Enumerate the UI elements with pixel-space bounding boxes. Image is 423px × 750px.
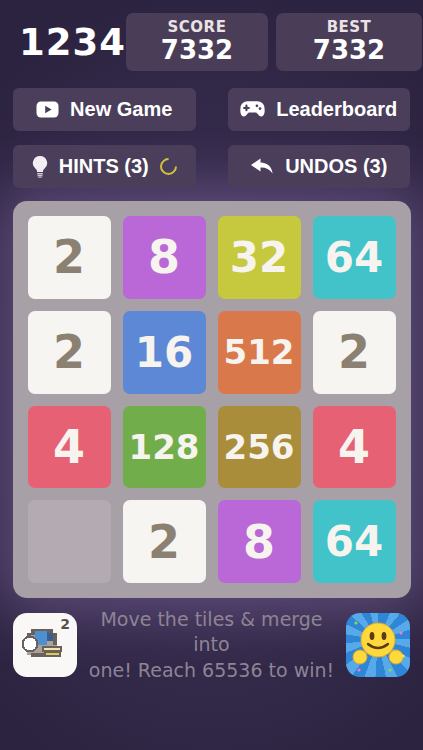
undos-button[interactable]: UNDOS (3) bbox=[228, 145, 411, 188]
undo-arrow-icon bbox=[250, 158, 274, 176]
hints-button[interactable]: HINTS (3) bbox=[13, 145, 196, 188]
tile-2: 2 bbox=[123, 500, 206, 583]
smiley-emoji-app-icon[interactable] bbox=[346, 613, 410, 677]
score-label: SCORE bbox=[168, 19, 227, 36]
tile-16: 16 bbox=[123, 311, 206, 394]
game-board-4x4[interactable]: 2832642165122412825642864 bbox=[13, 201, 411, 598]
button-grid: New Game Leaderboard bbox=[13, 88, 410, 188]
leaderboard-button[interactable]: Leaderboard bbox=[228, 88, 411, 131]
banner-text: Move the tiles & merge into one! Reach 6… bbox=[83, 607, 340, 684]
tile-2: 2 bbox=[28, 216, 111, 299]
tile-2: 2 bbox=[313, 311, 396, 394]
best-box: BEST 7332 bbox=[276, 13, 422, 71]
banner-text-line2: one! Reach 65536 to win! bbox=[83, 658, 340, 684]
flappy-bird-pixel-app-icon[interactable]: 2 bbox=[13, 613, 77, 677]
header: 1234 SCORE 7332 BEST 7332 bbox=[0, 0, 423, 71]
tile-32: 32 bbox=[218, 216, 301, 299]
app-logo: 1234 bbox=[13, 21, 126, 64]
app-screen: 1234 SCORE 7332 BEST 7332 New Game bbox=[0, 0, 423, 750]
exponent-2-badge: 2 bbox=[60, 616, 70, 632]
leaderboard-label: Leaderboard bbox=[276, 98, 397, 121]
new-game-button[interactable]: New Game bbox=[13, 88, 196, 131]
score-value: 7332 bbox=[161, 36, 233, 65]
lightbulb-icon bbox=[32, 156, 48, 178]
new-game-label: New Game bbox=[70, 98, 172, 121]
tile-128: 128 bbox=[123, 406, 206, 489]
hints-label: HINTS (3) bbox=[59, 155, 149, 178]
banner-text-line1: Move the tiles & merge into bbox=[83, 607, 340, 658]
tile-8: 8 bbox=[123, 216, 206, 299]
play-icon bbox=[36, 101, 59, 118]
tile-256: 256 bbox=[218, 406, 301, 489]
tile-64: 64 bbox=[313, 500, 396, 583]
yellow-ring-icon bbox=[156, 154, 180, 178]
tile-4: 4 bbox=[313, 406, 396, 489]
empty-cell bbox=[28, 500, 111, 583]
best-label: BEST bbox=[327, 19, 372, 36]
tile-512: 512 bbox=[218, 311, 301, 394]
best-value: 7332 bbox=[313, 36, 385, 65]
tile-64: 64 bbox=[313, 216, 396, 299]
gamepad-icon bbox=[240, 101, 265, 118]
score-box: SCORE 7332 bbox=[126, 13, 268, 71]
promo-banner: 2 Move the tiles & merge into one! Reach… bbox=[13, 612, 410, 678]
undos-label: UNDOS (3) bbox=[285, 155, 387, 178]
tile-8: 8 bbox=[218, 500, 301, 583]
tile-2: 2 bbox=[28, 311, 111, 394]
tile-4: 4 bbox=[28, 406, 111, 489]
